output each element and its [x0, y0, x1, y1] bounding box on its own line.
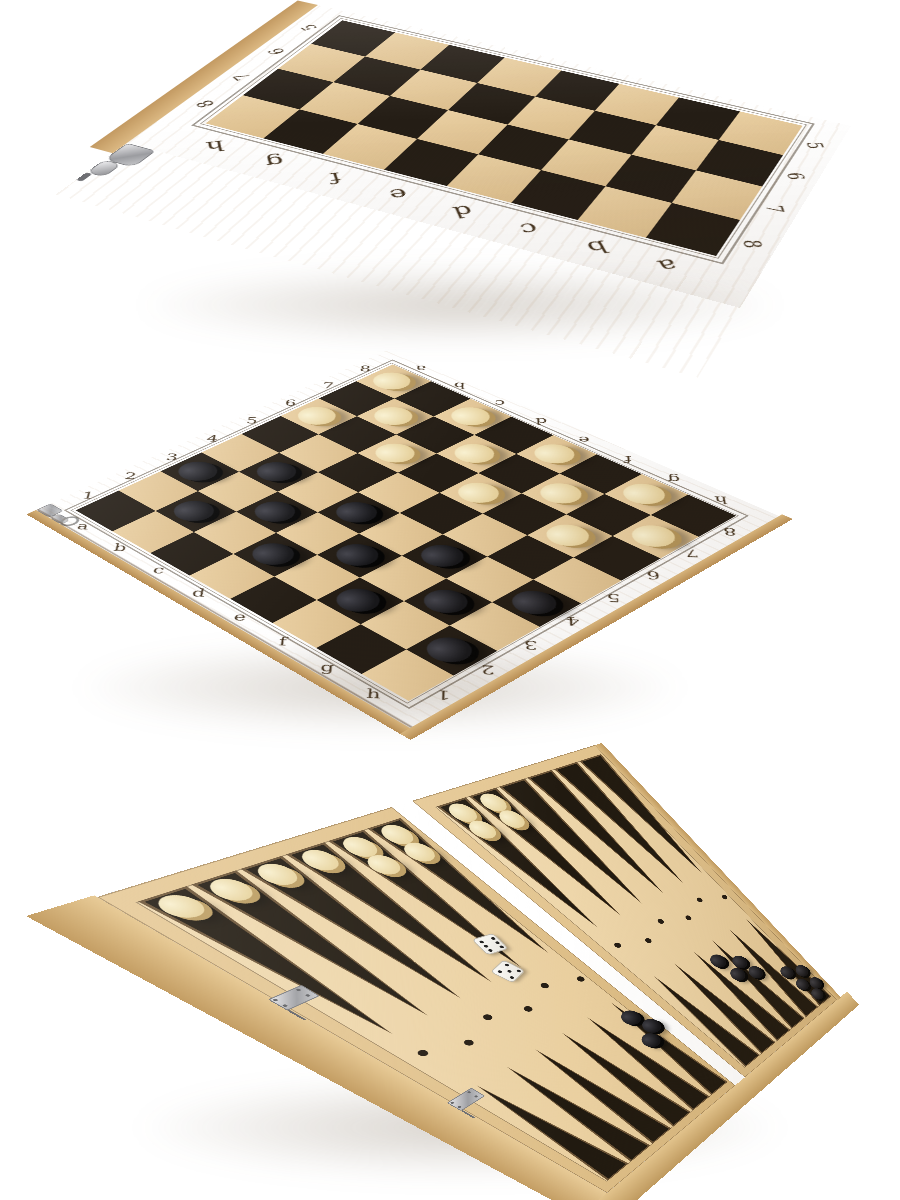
- die-pip: [488, 949, 494, 952]
- die-pip: [509, 976, 514, 980]
- clasp-slot: [76, 172, 92, 181]
- clasp-hasp: [86, 160, 121, 178]
- file-label: h: [192, 134, 239, 159]
- die-pip: [516, 969, 521, 973]
- chess-board-closed-box: hgfedcba56785678: [127, 5, 851, 308]
- die-pip: [495, 941, 501, 944]
- die-pip: [499, 945, 505, 948]
- file-label: d: [436, 198, 489, 226]
- die-pip: [490, 937, 496, 940]
- file-label: f: [311, 165, 361, 191]
- die-pip: [507, 970, 512, 974]
- die-pip: [479, 940, 485, 943]
- die-pip: [483, 945, 489, 948]
- product-photo-stage: hgfedcba56785678 1122334455667788aabbccd…: [0, 0, 900, 1200]
- file-label: g: [251, 149, 299, 174]
- die-pip: [504, 963, 509, 967]
- file-label: e: [373, 181, 424, 208]
- die-pip: [497, 970, 503, 974]
